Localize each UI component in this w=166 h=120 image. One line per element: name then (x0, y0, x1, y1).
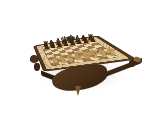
corner-finial (75, 86, 81, 96)
case-foot-left (34, 63, 40, 71)
chess-set-photo[interactable]: ♜♞♝♛♚♝♞♜♟♟♟♟♟♟♟♟♟♟♟♟♟♟♟♟♜♞♝♛♚♝♞♜ (0, 0, 166, 120)
